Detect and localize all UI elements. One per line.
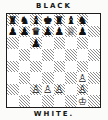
square-h4[interactable]: [88, 61, 100, 73]
square-g7[interactable]: ♟: [77, 26, 89, 38]
white-queen: ♕: [65, 26, 77, 38]
black-pawn: ♟: [7, 26, 19, 38]
square-b5[interactable]: [19, 49, 31, 61]
square-f4[interactable]: [65, 61, 77, 73]
square-e3[interactable]: [54, 72, 66, 84]
square-e1[interactable]: [54, 95, 66, 107]
square-d8[interactable]: ♚: [42, 14, 54, 26]
square-e8[interactable]: ♜: [54, 14, 66, 26]
square-g5[interactable]: [77, 49, 89, 61]
square-a5[interactable]: [7, 49, 19, 61]
square-b4[interactable]: [19, 61, 31, 73]
square-h3[interactable]: [88, 72, 100, 84]
square-g1[interactable]: ♔: [77, 95, 89, 107]
black-pawn: ♟: [77, 26, 89, 38]
square-b6[interactable]: [19, 37, 31, 49]
square-f8[interactable]: ♝: [65, 14, 77, 26]
square-a2[interactable]: [7, 84, 19, 96]
black-queen: ♛: [30, 26, 42, 38]
black-pawn: ♟: [54, 26, 66, 38]
square-c6[interactable]: ♟: [30, 37, 42, 49]
square-a3[interactable]: [7, 72, 19, 84]
black-pawn: ♟: [42, 26, 54, 38]
square-h6[interactable]: [88, 37, 100, 49]
square-c8[interactable]: ♝: [30, 14, 42, 26]
white-pawn: ♙: [77, 84, 89, 96]
square-b3[interactable]: [19, 72, 31, 84]
square-b8[interactable]: ♞: [19, 14, 31, 26]
square-b2[interactable]: [19, 84, 31, 96]
white-pawn: ♙: [77, 72, 89, 84]
square-f2[interactable]: [65, 84, 77, 96]
black-bishop: ♝: [30, 14, 42, 26]
square-e4[interactable]: [54, 61, 66, 73]
square-e2[interactable]: ♙: [54, 84, 66, 96]
black-side-label: BLACK: [0, 2, 108, 10]
square-d2[interactable]: ♙: [42, 84, 54, 96]
square-b1[interactable]: [19, 95, 31, 107]
square-a8[interactable]: ♜: [7, 14, 19, 26]
square-g4[interactable]: [77, 61, 89, 73]
black-knight: ♞: [19, 14, 31, 26]
square-d7[interactable]: ♟: [42, 26, 54, 38]
chess-board: ♜♞♝♚♜♝♞♟♟♛♟♟♕♟♟♙♙♙♙♙♔: [6, 13, 101, 108]
white-side-label: WHITE.: [0, 110, 108, 118]
square-f1[interactable]: [65, 95, 77, 107]
square-h1[interactable]: [88, 95, 100, 107]
square-h5[interactable]: [88, 49, 100, 61]
square-c4[interactable]: [30, 61, 42, 73]
square-c5[interactable]: [30, 49, 42, 61]
chess-diagram-page: BLACK ♜♞♝♚♜♝♞♟♟♛♟♟♕♟♟♙♙♙♙♙♔ WHITE.: [0, 0, 108, 120]
white-pawn: ♙: [42, 84, 54, 96]
black-king: ♚: [42, 14, 54, 26]
square-b7[interactable]: ♟: [19, 26, 31, 38]
square-d3[interactable]: [42, 72, 54, 84]
square-f3[interactable]: [65, 72, 77, 84]
black-pawn: ♟: [19, 26, 31, 38]
square-g2[interactable]: ♙: [77, 84, 89, 96]
square-d1[interactable]: [42, 95, 54, 107]
square-a1[interactable]: [7, 95, 19, 107]
black-bishop: ♝: [65, 14, 77, 26]
square-c2[interactable]: ♙: [30, 84, 42, 96]
square-h2[interactable]: [88, 84, 100, 96]
square-d5[interactable]: [42, 49, 54, 61]
square-g8[interactable]: ♞: [77, 14, 89, 26]
square-a4[interactable]: [7, 61, 19, 73]
square-g6[interactable]: [77, 37, 89, 49]
white-pawn: ♙: [54, 84, 66, 96]
square-d6[interactable]: [42, 37, 54, 49]
square-f7[interactable]: ♕: [65, 26, 77, 38]
square-c1[interactable]: [30, 95, 42, 107]
square-h8[interactable]: [88, 14, 100, 26]
square-a7[interactable]: ♟: [7, 26, 19, 38]
square-f5[interactable]: [65, 49, 77, 61]
square-f6[interactable]: [65, 37, 77, 49]
square-c7[interactable]: ♛: [30, 26, 42, 38]
black-knight: ♞: [77, 14, 89, 26]
white-pawn: ♙: [30, 84, 42, 96]
white-king: ♔: [77, 95, 89, 107]
square-g3[interactable]: ♙: [77, 72, 89, 84]
square-e7[interactable]: ♟: [54, 26, 66, 38]
black-rook: ♜: [7, 14, 19, 26]
square-c3[interactable]: [30, 72, 42, 84]
square-h7[interactable]: [88, 26, 100, 38]
black-rook: ♜: [54, 14, 66, 26]
square-a6[interactable]: [7, 37, 19, 49]
square-e5[interactable]: [54, 49, 66, 61]
black-pawn: ♟: [30, 37, 42, 49]
square-e6[interactable]: [54, 37, 66, 49]
square-d4[interactable]: [42, 61, 54, 73]
